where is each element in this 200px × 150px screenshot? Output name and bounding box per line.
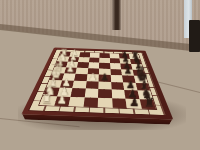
square-h5	[98, 98, 113, 108]
square-g4	[84, 89, 98, 98]
square-h8: ♜	[139, 99, 156, 109]
square-h2: ♟	[54, 96, 71, 106]
square-h4	[83, 97, 98, 107]
photo-scene: ♜♟♟♜♞♟♟♞♝♟♟♝♛♟♟♛♚♟♟♚♝♟♟♝♞♟♟♞♜♟♟♜	[0, 0, 200, 150]
square-h6	[112, 98, 127, 108]
board-grid: ♜♟♟♜♞♟♟♞♝♟♟♝♛♟♟♛♚♟♟♚♝♟♟♝♞♟♟♞♜♟♟♜	[39, 52, 156, 110]
chess-board-wrapper: ♜♟♟♜♞♟♟♞♝♟♟♝♛♟♟♛♚♟♟♚♝♟♟♝♞♟♟♞♜♟♟♜	[21, 0, 178, 120]
dark-furniture-corner	[189, 20, 200, 52]
square-h3	[68, 97, 84, 107]
square-g8: ♞	[137, 90, 153, 99]
square-h1: ♜	[39, 96, 57, 106]
decorative-coordinate-border: ♜♟♟♜♞♟♟♞♝♟♟♝♛♟♟♛♚♟♟♚♝♟♟♝♞♟♟♞♜♟♟♜	[28, 49, 167, 116]
chess-board: ♜♟♟♜♞♟♟♞♝♟♟♝♛♟♟♛♚♟♟♚♝♟♟♝♞♟♟♞♜♟♟♜	[21, 48, 173, 120]
